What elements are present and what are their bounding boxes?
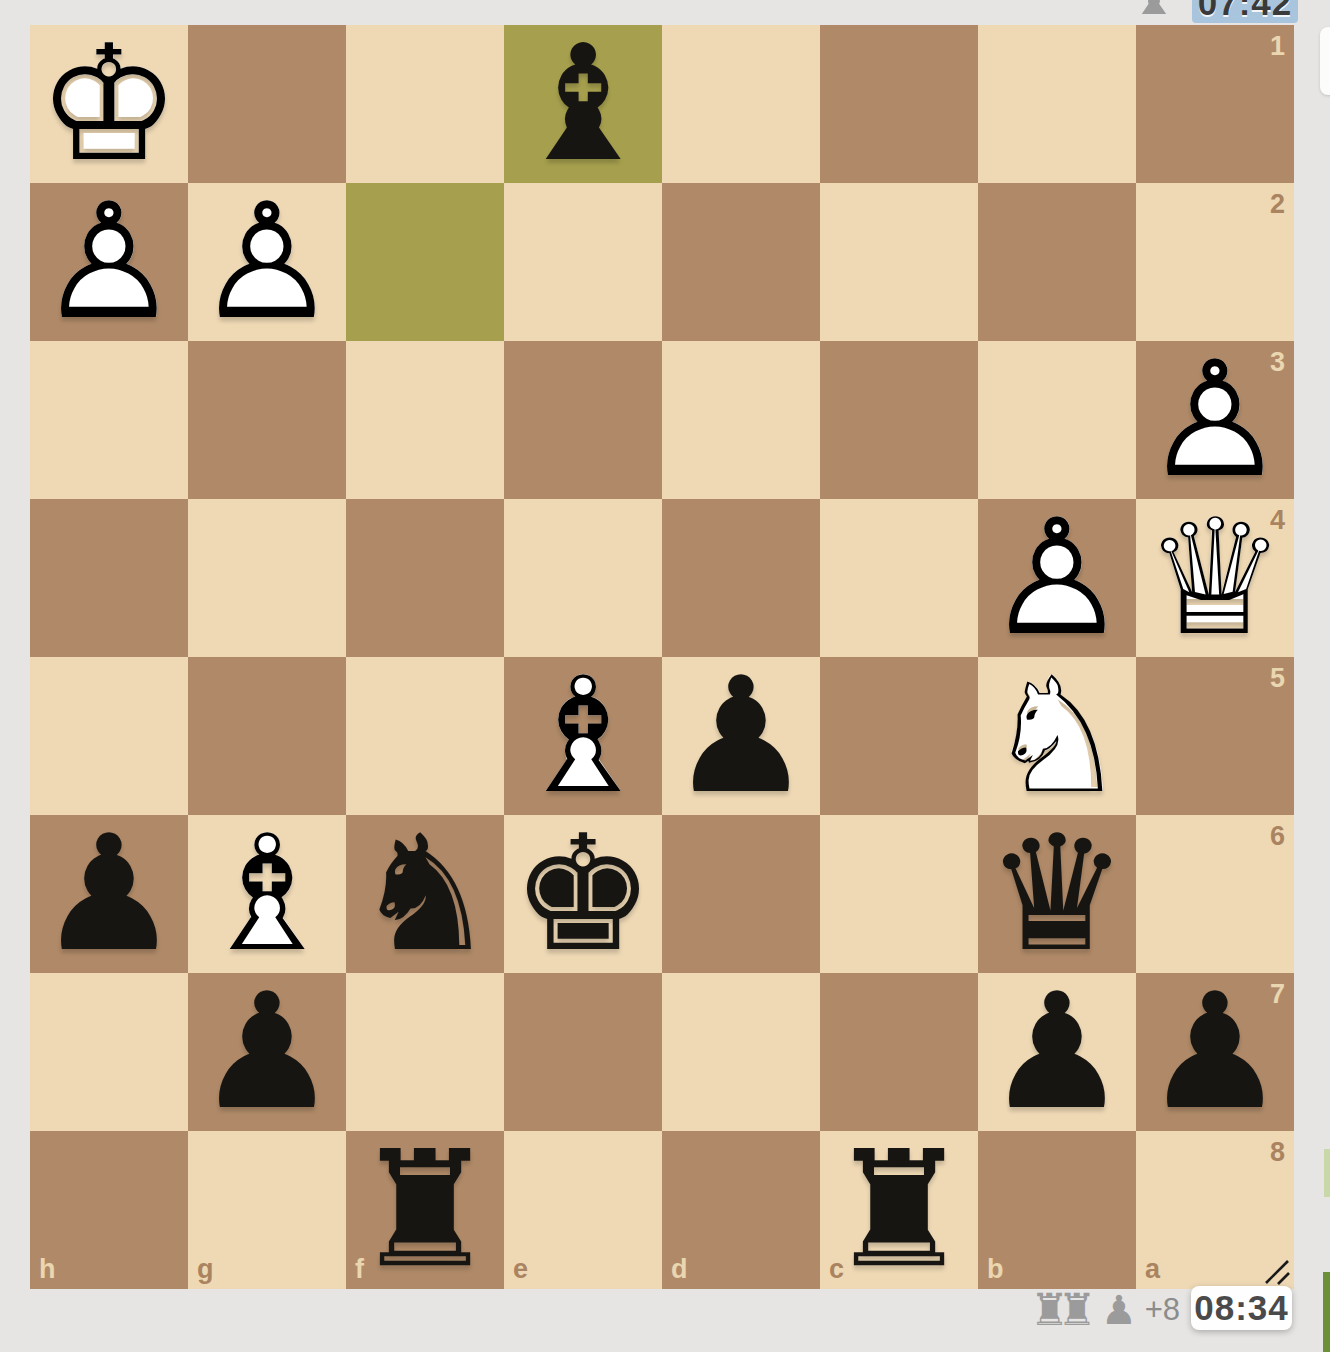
white-clock-time: 07:42: [1198, 0, 1293, 23]
rank-label: 4: [1270, 507, 1285, 534]
rank-label: 6: [1270, 823, 1285, 850]
file-label: e: [513, 1256, 528, 1283]
square-d7[interactable]: [662, 973, 820, 1131]
square-h5[interactable]: [30, 657, 188, 815]
file-label: f: [355, 1256, 364, 1283]
square-c8[interactable]: ♜c: [820, 1131, 978, 1289]
square-g5[interactable]: [188, 657, 346, 815]
white-piece-outline: ♙: [1136, 341, 1294, 499]
file-label: h: [39, 1256, 56, 1283]
square-a5[interactable]: 5: [1136, 657, 1294, 815]
square-g1[interactable]: [188, 25, 346, 183]
square-b2[interactable]: [978, 183, 1136, 341]
white-pawn[interactable]: ♟: [1136, 341, 1294, 499]
square-d5[interactable]: ♟: [662, 657, 820, 815]
square-b4[interactable]: ♟♙: [978, 499, 1136, 657]
square-c2[interactable]: [820, 183, 978, 341]
square-a6[interactable]: 6: [1136, 815, 1294, 973]
square-e5[interactable]: ♝♗: [504, 657, 662, 815]
square-c5[interactable]: [820, 657, 978, 815]
square-e7[interactable]: [504, 973, 662, 1131]
square-g2[interactable]: ♟♙: [188, 183, 346, 341]
pawn-icon: ♟: [1101, 1288, 1137, 1332]
square-f4[interactable]: [346, 499, 504, 657]
square-h4[interactable]: [30, 499, 188, 657]
black-knight[interactable]: ♞: [346, 815, 504, 973]
rank-label: 3: [1270, 349, 1285, 376]
square-g6[interactable]: ♝♗: [188, 815, 346, 973]
square-c6[interactable]: [820, 815, 978, 973]
square-f7[interactable]: [346, 973, 504, 1131]
black-clock: 08:34: [1191, 1286, 1292, 1330]
square-h2[interactable]: ♟♙: [30, 183, 188, 341]
black-pawn[interactable]: ♟: [188, 973, 346, 1131]
file-label: g: [197, 1256, 214, 1283]
square-g3[interactable]: [188, 341, 346, 499]
square-h3[interactable]: [30, 341, 188, 499]
square-c7[interactable]: [820, 973, 978, 1131]
square-f5[interactable]: [346, 657, 504, 815]
square-b1[interactable]: [978, 25, 1136, 183]
file-label: b: [987, 1256, 1004, 1283]
panel-edge-dark-green: [1323, 1272, 1330, 1352]
square-e6[interactable]: ♚: [504, 815, 662, 973]
rank-label: 5: [1270, 665, 1285, 692]
square-c4[interactable]: [820, 499, 978, 657]
white-piece-outline: ♙: [30, 183, 188, 341]
square-a7[interactable]: ♟7: [1136, 973, 1294, 1131]
square-f1[interactable]: [346, 25, 504, 183]
square-e8[interactable]: e: [504, 1131, 662, 1289]
square-h6[interactable]: ♟: [30, 815, 188, 973]
rank-label: 1: [1270, 33, 1285, 60]
square-f6[interactable]: ♞: [346, 815, 504, 973]
square-f2[interactable]: [346, 183, 504, 341]
white-knight[interactable]: ♞: [978, 657, 1136, 815]
white-piece-outline: ♕: [1136, 499, 1294, 657]
black-queen[interactable]: ♛: [978, 815, 1136, 973]
square-f3[interactable]: [346, 341, 504, 499]
black-pawn[interactable]: ♟: [978, 973, 1136, 1131]
rank-label: 7: [1270, 981, 1285, 1008]
square-b7[interactable]: ♟: [978, 973, 1136, 1131]
material-advantage: +8: [1145, 1292, 1180, 1328]
white-bishop[interactable]: ♝: [188, 815, 346, 973]
file-label: d: [671, 1256, 688, 1283]
captured-piece-tray-bottom: ♜ ♜ ♟ +8: [1030, 1288, 1180, 1332]
square-c1[interactable]: [820, 25, 978, 183]
black-bishop[interactable]: ♝: [504, 25, 662, 183]
square-a1[interactable]: 1: [1136, 25, 1294, 183]
bishop-icon: ♝: [1131, 0, 1178, 22]
white-pawn[interactable]: ♟: [978, 499, 1136, 657]
square-e4[interactable]: [504, 499, 662, 657]
square-c3[interactable]: [820, 341, 978, 499]
square-g7[interactable]: ♟: [188, 973, 346, 1131]
square-b5[interactable]: ♞♘: [978, 657, 1136, 815]
rank-label: 2: [1270, 191, 1285, 218]
white-piece-outline: ♗: [504, 657, 662, 815]
white-piece-outline: ♗: [188, 815, 346, 973]
white-clock: 07:42: [1192, 0, 1298, 23]
board-resize-handle-icon[interactable]: [1263, 1258, 1291, 1286]
panel-edge-light-green: [1324, 1149, 1330, 1197]
black-clock-time: 08:34: [1194, 1288, 1289, 1328]
square-b3[interactable]: [978, 341, 1136, 499]
black-king[interactable]: ♚: [504, 815, 662, 973]
black-pawn[interactable]: ♟: [30, 815, 188, 973]
black-pawn[interactable]: ♟: [662, 657, 820, 815]
square-d2[interactable]: [662, 183, 820, 341]
square-e2[interactable]: [504, 183, 662, 341]
square-d1[interactable]: [662, 25, 820, 183]
square-e3[interactable]: [504, 341, 662, 499]
black-pawn[interactable]: ♟: [1136, 973, 1294, 1131]
file-label: a: [1145, 1256, 1160, 1283]
file-label: c: [829, 1256, 844, 1283]
square-d4[interactable]: [662, 499, 820, 657]
square-f8[interactable]: ♜f: [346, 1131, 504, 1289]
chess-board: ♚♔♝1♟♙♟♙2♟♙3♟♙♛♕4♝♗♟♞♘5♟♝♗♞♚♛6♟♟♟7hg♜fed…: [30, 25, 1294, 1289]
square-e1[interactable]: ♝: [504, 25, 662, 183]
white-piece-outline: ♘: [978, 657, 1136, 815]
rook-icon: ♜: [1057, 1288, 1096, 1332]
white-king[interactable]: ♚: [30, 25, 188, 183]
white-pawn[interactable]: ♟: [188, 183, 346, 341]
white-bishop[interactable]: ♝: [504, 657, 662, 815]
square-g4[interactable]: [188, 499, 346, 657]
white-piece-outline: ♙: [188, 183, 346, 341]
square-b6[interactable]: ♛: [978, 815, 1136, 973]
white-pawn[interactable]: ♟: [30, 183, 188, 341]
black-rook[interactable]: ♜: [820, 1131, 978, 1289]
square-h8[interactable]: h: [30, 1131, 188, 1289]
square-h7[interactable]: [30, 973, 188, 1131]
square-d8[interactable]: d: [662, 1131, 820, 1289]
rank-label: 8: [1270, 1139, 1285, 1166]
square-b8[interactable]: b: [978, 1131, 1136, 1289]
white-piece-outline: ♔: [30, 25, 188, 183]
square-a3[interactable]: ♟♙3: [1136, 341, 1294, 499]
white-piece-outline: ♙: [978, 499, 1136, 657]
white-queen[interactable]: ♛: [1136, 499, 1294, 657]
square-a4[interactable]: ♛♕4: [1136, 499, 1294, 657]
square-h1[interactable]: ♚♔: [30, 25, 188, 183]
captured-piece-tray-top: ♝: [1120, 0, 1188, 22]
square-d6[interactable]: [662, 815, 820, 973]
square-a2[interactable]: 2: [1136, 183, 1294, 341]
side-panel-edge: [1320, 27, 1330, 95]
square-g8[interactable]: g: [188, 1131, 346, 1289]
black-rook[interactable]: ♜: [346, 1131, 504, 1289]
square-d3[interactable]: [662, 341, 820, 499]
